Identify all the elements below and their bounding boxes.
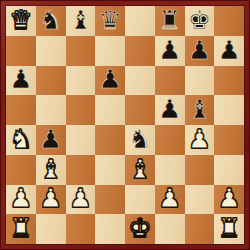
piece-white-pawn: ♟ <box>158 185 181 211</box>
square-b4[interactable]: ♟ <box>36 125 66 155</box>
piece-white-pawn: ♟ <box>217 185 240 211</box>
square-c8[interactable]: ♝ <box>66 6 96 36</box>
piece-white-rook: ♜ <box>217 215 240 241</box>
square-d8[interactable]: ♛ <box>95 6 125 36</box>
square-f4[interactable] <box>155 125 185 155</box>
square-a5[interactable] <box>6 95 36 125</box>
square-f5[interactable]: ♟ <box>155 95 185 125</box>
square-c1[interactable] <box>66 214 96 244</box>
square-h3[interactable] <box>214 155 244 185</box>
piece-black-pawn: ♟ <box>39 126 62 152</box>
piece-white-queen: ♛ <box>9 7 32 33</box>
square-g6[interactable] <box>185 66 215 96</box>
square-f6[interactable] <box>155 66 185 96</box>
square-e3[interactable]: ♝ <box>125 155 155 185</box>
square-g2[interactable] <box>185 185 215 215</box>
piece-white-rook: ♜ <box>9 215 32 241</box>
piece-black-king: ♚ <box>188 7 211 33</box>
piece-black-pawn: ♟ <box>217 37 240 63</box>
square-f2[interactable]: ♟ <box>155 185 185 215</box>
piece-white-king: ♚ <box>128 215 151 241</box>
square-a3[interactable] <box>6 155 36 185</box>
square-f1[interactable] <box>155 214 185 244</box>
piece-black-pawn: ♟ <box>9 66 32 92</box>
piece-white-bishop: ♝ <box>128 156 151 182</box>
square-e2[interactable] <box>125 185 155 215</box>
square-a6[interactable]: ♟ <box>6 66 36 96</box>
square-a1[interactable]: ♜ <box>6 214 36 244</box>
square-c2[interactable]: ♟ <box>66 185 96 215</box>
square-a4[interactable]: ♞ <box>6 125 36 155</box>
square-g4[interactable]: ♟ <box>185 125 215 155</box>
square-g3[interactable] <box>185 155 215 185</box>
square-f8[interactable]: ♜ <box>155 6 185 36</box>
square-b7[interactable] <box>36 36 66 66</box>
piece-black-pawn: ♟ <box>158 96 181 122</box>
square-e1[interactable]: ♚ <box>125 214 155 244</box>
square-e4[interactable]: ♞ <box>125 125 155 155</box>
square-c7[interactable] <box>66 36 96 66</box>
square-b5[interactable] <box>36 95 66 125</box>
square-e5[interactable] <box>125 95 155 125</box>
piece-black-pawn: ♟ <box>158 37 181 63</box>
square-a7[interactable] <box>6 36 36 66</box>
square-h4[interactable] <box>214 125 244 155</box>
square-g7[interactable]: ♟ <box>185 36 215 66</box>
square-h2[interactable]: ♟ <box>214 185 244 215</box>
square-e7[interactable] <box>125 36 155 66</box>
square-h8[interactable] <box>214 6 244 36</box>
square-a2[interactable]: ♟ <box>6 185 36 215</box>
piece-white-bishop: ♝ <box>39 156 62 182</box>
square-d1[interactable] <box>95 214 125 244</box>
square-g5[interactable]: ♝ <box>185 95 215 125</box>
piece-white-pawn: ♟ <box>39 185 62 211</box>
square-f7[interactable]: ♟ <box>155 36 185 66</box>
square-b6[interactable] <box>36 66 66 96</box>
square-e6[interactable] <box>125 66 155 96</box>
square-c3[interactable] <box>66 155 96 185</box>
piece-black-queen: ♛ <box>98 7 121 33</box>
square-a8[interactable]: ♛ <box>6 6 36 36</box>
square-b8[interactable]: ♞ <box>36 6 66 36</box>
piece-black-rook: ♜ <box>158 7 181 33</box>
square-h5[interactable] <box>214 95 244 125</box>
chess-board: ♛♞♝♛♜♚♟♟♟♟♟♟♝♞♟♞♟♝♝♟♟♟♟♟♜♚♜ <box>6 6 244 244</box>
square-c5[interactable] <box>66 95 96 125</box>
square-d6[interactable]: ♟ <box>95 66 125 96</box>
square-c4[interactable] <box>66 125 96 155</box>
piece-black-knight: ♞ <box>128 126 151 152</box>
piece-black-pawn: ♟ <box>98 66 121 92</box>
square-b1[interactable] <box>36 214 66 244</box>
square-c6[interactable] <box>66 66 96 96</box>
square-d3[interactable] <box>95 155 125 185</box>
square-d2[interactable] <box>95 185 125 215</box>
square-b3[interactable]: ♝ <box>36 155 66 185</box>
board-frame: ♛♞♝♛♜♚♟♟♟♟♟♟♝♞♟♞♟♝♝♟♟♟♟♟♜♚♜ <box>0 0 250 250</box>
square-b2[interactable]: ♟ <box>36 185 66 215</box>
piece-white-pawn: ♟ <box>69 185 92 211</box>
square-e8[interactable] <box>125 6 155 36</box>
piece-black-pawn: ♟ <box>188 37 211 63</box>
square-g1[interactable] <box>185 214 215 244</box>
square-h6[interactable] <box>214 66 244 96</box>
square-g8[interactable]: ♚ <box>185 6 215 36</box>
piece-white-knight: ♞ <box>9 126 32 152</box>
square-d4[interactable] <box>95 125 125 155</box>
square-f3[interactable] <box>155 155 185 185</box>
piece-white-pawn: ♟ <box>188 126 211 152</box>
piece-black-knight: ♞ <box>39 7 62 33</box>
piece-white-pawn: ♟ <box>9 185 32 211</box>
square-d5[interactable] <box>95 95 125 125</box>
square-h1[interactable]: ♜ <box>214 214 244 244</box>
square-h7[interactable]: ♟ <box>214 36 244 66</box>
square-d7[interactable] <box>95 36 125 66</box>
piece-black-bishop: ♝ <box>69 7 92 33</box>
piece-black-bishop: ♝ <box>188 96 211 122</box>
